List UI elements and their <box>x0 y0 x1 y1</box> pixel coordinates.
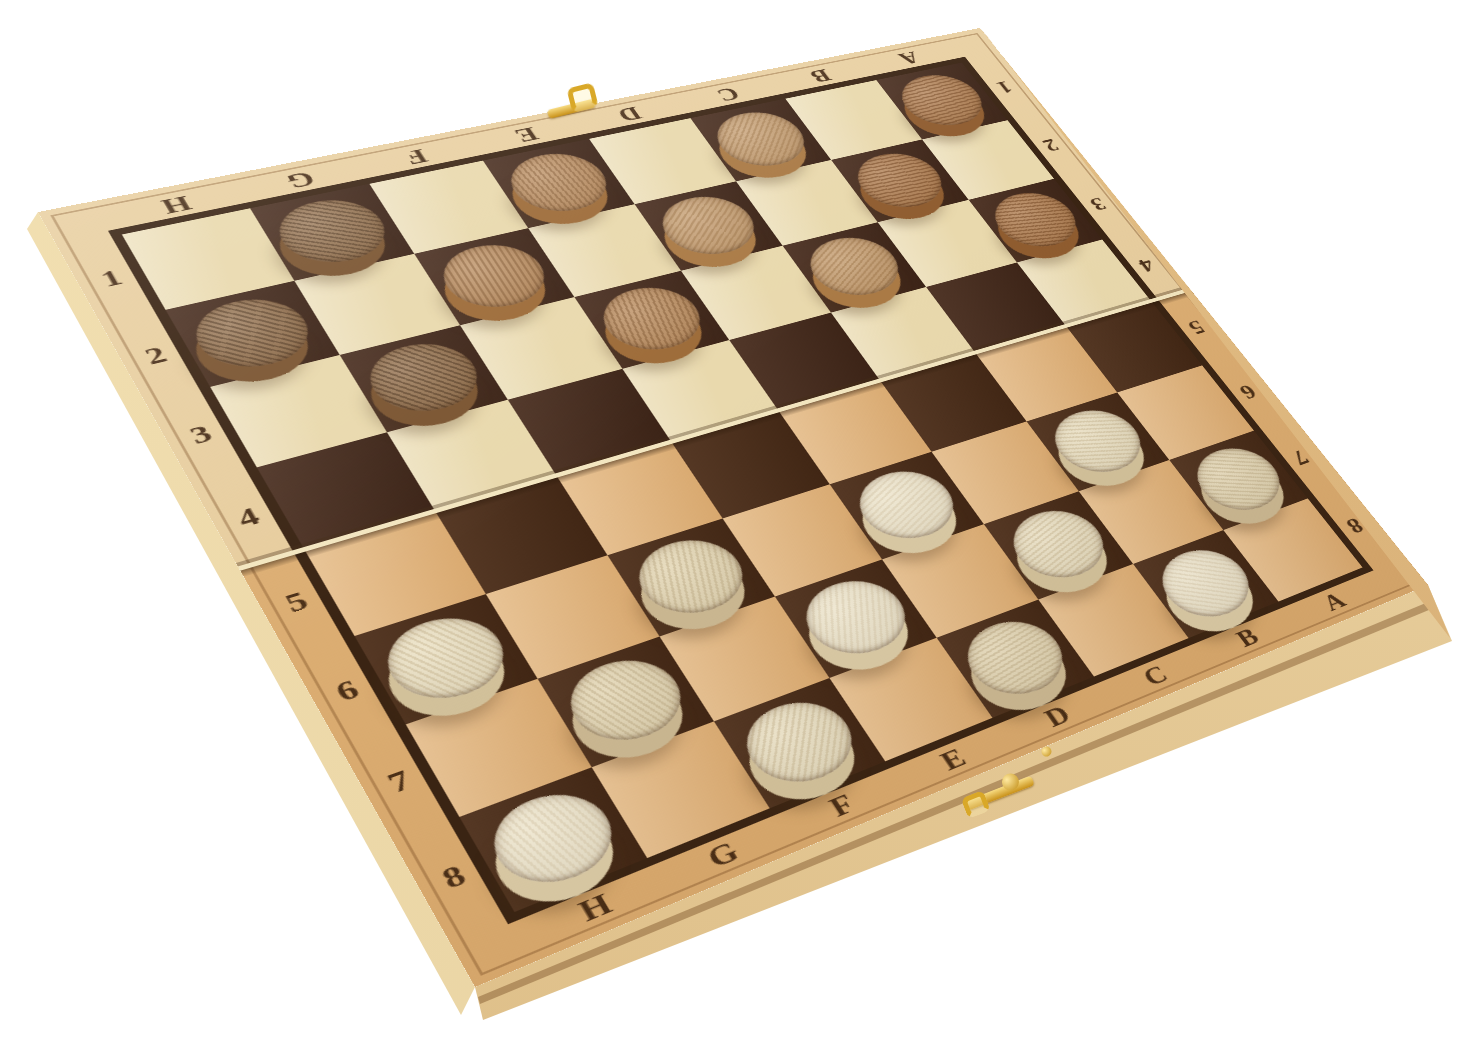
rank-label-left-7: 7 <box>382 764 417 799</box>
rank-label-left-3: 3 <box>185 420 217 450</box>
rank-label-left-6: 6 <box>330 674 364 708</box>
file-label-bottom-G: G <box>701 835 744 874</box>
rank-label-right-4: 4 <box>1133 253 1159 275</box>
rank-label-left-2: 2 <box>140 341 172 369</box>
file-label-top-D: D <box>613 102 646 125</box>
file-label-top-C: C <box>711 83 743 105</box>
scene: HHGGFFEEDDCCBBAA1122334455667788 <box>0 0 1476 1040</box>
rank-label-left-8: 8 <box>436 858 472 895</box>
rank-label-right-1: 1 <box>992 77 1017 97</box>
file-label-bottom-E: E <box>935 742 972 776</box>
rank-label-right-8: 8 <box>1340 512 1368 537</box>
rank-label-left-4: 4 <box>232 502 265 533</box>
file-label-top-G: G <box>281 166 319 192</box>
file-label-top-H: H <box>156 190 196 217</box>
rank-label-right-5: 5 <box>1183 315 1210 338</box>
rank-label-left-5: 5 <box>280 586 314 618</box>
file-label-top-E: E <box>510 122 543 146</box>
rank-label-right-6: 6 <box>1234 379 1261 403</box>
rank-label-right-2: 2 <box>1038 134 1063 155</box>
rank-label-right-3: 3 <box>1085 193 1111 214</box>
file-label-top-B: B <box>806 65 836 86</box>
file-label-bottom-C: C <box>1137 660 1173 692</box>
file-label-bottom-A: A <box>1317 587 1351 616</box>
board-surface: HHGGFFEEDDCCBBAA1122334455667788 <box>38 28 1428 987</box>
file-label-top-A: A <box>893 47 923 68</box>
rank-label-right-7: 7 <box>1286 445 1313 470</box>
rank-label-left-1: 1 <box>96 265 127 292</box>
file-label-top-F: F <box>400 144 432 168</box>
